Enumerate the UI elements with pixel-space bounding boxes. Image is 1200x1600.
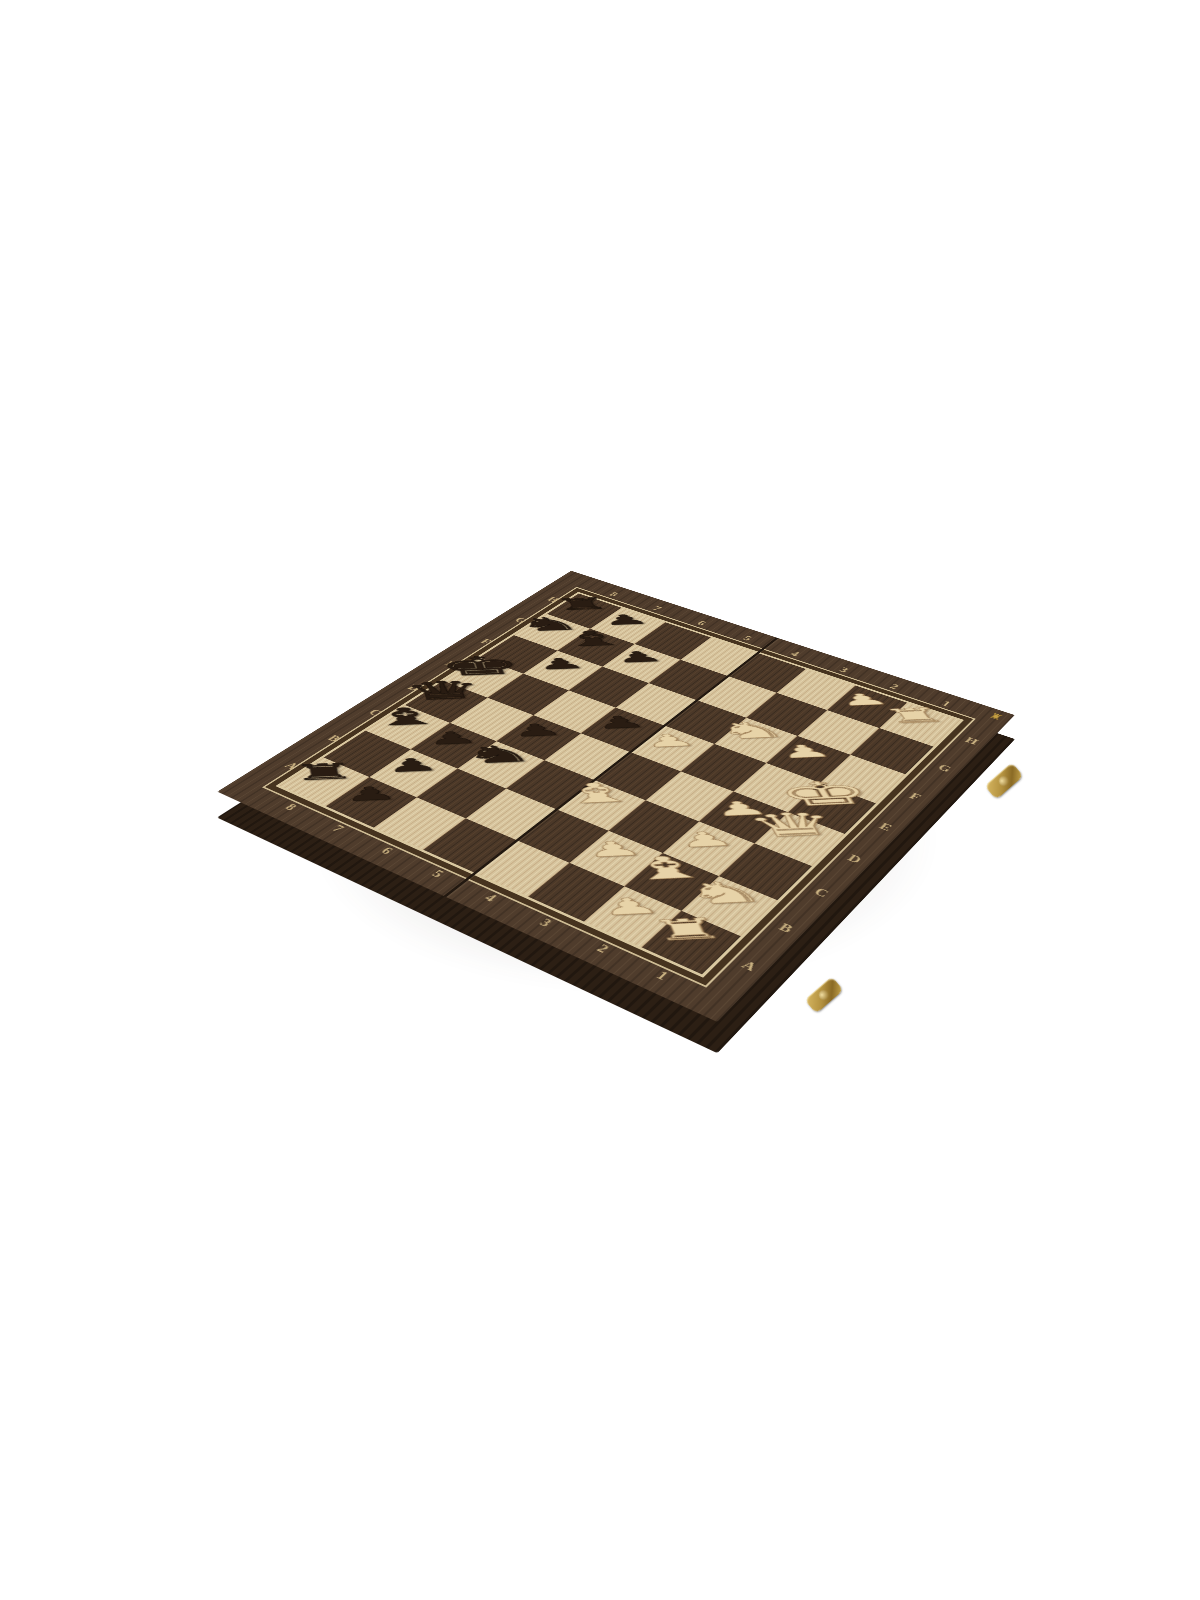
square-c2[interactable] (663, 821, 755, 876)
square-a7[interactable] (326, 777, 417, 828)
product-photo-stage: AA88BB77CC66DD55EE44FF33GG22HH11 ♜ ♜♜♞♝♛… (0, 0, 1200, 1600)
square-c4[interactable] (556, 780, 645, 831)
square-a5[interactable] (423, 818, 516, 872)
square-a4[interactable] (475, 840, 570, 897)
square-a3[interactable] (528, 863, 624, 922)
square-a2[interactable] (584, 886, 682, 947)
square-b5[interactable] (466, 789, 557, 841)
square-b4[interactable] (517, 809, 609, 863)
square-b2[interactable] (624, 853, 719, 911)
square-c1[interactable] (719, 843, 812, 900)
square-d3[interactable] (646, 771, 734, 821)
square-b1[interactable] (681, 876, 777, 936)
square-c3[interactable] (609, 800, 699, 853)
square-a1[interactable] (642, 911, 741, 975)
square-e1[interactable] (788, 783, 876, 834)
square-d2[interactable] (699, 791, 788, 843)
square-b3[interactable] (569, 831, 662, 887)
square-b6[interactable] (417, 769, 506, 819)
square-d1[interactable] (754, 812, 844, 866)
square-a6[interactable] (374, 797, 466, 849)
